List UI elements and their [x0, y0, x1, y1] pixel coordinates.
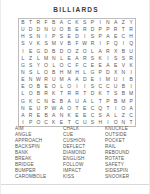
grid-cell-r13c12[interactable]: T: [104, 105, 112, 112]
grid-cell-r12c4[interactable]: N: [42, 97, 50, 104]
grid-cell-r10c14[interactable]: B: [120, 83, 128, 90]
grid-cell-r11c7[interactable]: R: [65, 90, 73, 97]
grid-cell-r2c14[interactable]: T: [120, 26, 128, 33]
grid-cell-r10c11[interactable]: C: [96, 83, 104, 90]
grid-cell-r13c15[interactable]: A: [127, 105, 135, 112]
grid-cell-r8c2[interactable]: S: [27, 69, 35, 76]
grid-cell-r11c11[interactable]: K: [96, 90, 104, 97]
grid-cell-r7c5[interactable]: L: [50, 62, 58, 69]
grid-cell-r7c1[interactable]: G: [19, 62, 27, 69]
grid-cell-r1c15[interactable]: Y: [127, 19, 135, 26]
grid-cell-r12c13[interactable]: B: [112, 97, 120, 104]
grid-cell-r4c9[interactable]: W: [81, 40, 89, 47]
grid-cell-r9c3[interactable]: W: [34, 76, 42, 83]
grid-cell-r6c13[interactable]: S: [112, 55, 120, 62]
grid-cell-r15c1[interactable]: I: [19, 119, 27, 126]
grid-cell-r7c8[interactable]: F: [73, 62, 81, 69]
grid-cell-r14c12[interactable]: A: [104, 112, 112, 119]
grid-cell-r4c7[interactable]: B: [65, 40, 73, 47]
grid-cell-r2c15[interactable]: R: [127, 26, 135, 33]
grid-cell-r10c6[interactable]: L: [58, 83, 66, 90]
grid-cell-r6c7[interactable]: E: [65, 55, 73, 62]
grid-cell-r13c3[interactable]: U: [34, 105, 42, 112]
grid-cell-r14c10[interactable]: C: [89, 112, 97, 119]
grid-cell-r9c11[interactable]: I: [96, 76, 104, 83]
grid-cell-r4c14[interactable]: I: [120, 40, 128, 47]
grid-cell-r8c15[interactable]: I: [127, 69, 135, 76]
grid-cell-r6c3[interactable]: L: [34, 55, 42, 62]
grid-cell-r9c1[interactable]: E: [19, 76, 27, 83]
grid-cell-r7c15[interactable]: K: [127, 62, 135, 69]
grid-cell-r13c6[interactable]: A: [58, 105, 66, 112]
grid-cell-r10c4[interactable]: E: [42, 83, 50, 90]
grid-cell-r14c15[interactable]: C: [127, 112, 135, 119]
grid-cell-r15c12[interactable]: I: [104, 119, 112, 126]
grid-cell-r5c5[interactable]: B: [50, 48, 58, 55]
grid-cell-r8c7[interactable]: M: [65, 69, 73, 76]
grid-cell-r9c12[interactable]: M: [104, 76, 112, 83]
grid-cell-r12c11[interactable]: T: [96, 97, 104, 104]
grid-cell-r3c6[interactable]: S: [58, 33, 66, 40]
grid-cell-r6c11[interactable]: K: [96, 55, 104, 62]
grid-cell-r3c8[interactable]: D: [73, 33, 81, 40]
grid-cell-r13c9[interactable]: E: [81, 105, 89, 112]
grid-cell-r14c2[interactable]: R: [27, 112, 35, 119]
grid-cell-r14c14[interactable]: Z: [120, 112, 128, 119]
grid-cell-r7c13[interactable]: E: [112, 62, 120, 69]
grid-cell-r9c13[interactable]: U: [112, 76, 120, 83]
grid-cell-r10c10[interactable]: S: [89, 83, 97, 90]
grid-cell-r10c7[interactable]: O: [65, 83, 73, 90]
grid-cell-r7c12[interactable]: A: [104, 62, 112, 69]
grid-cell-r12c5[interactable]: E: [50, 97, 58, 104]
grid-cell-r4c5[interactable]: M: [50, 40, 58, 47]
grid-cell-r14c5[interactable]: A: [50, 112, 58, 119]
grid-cell-r14c11[interactable]: S: [96, 112, 104, 119]
grid-cell-r10c13[interactable]: U: [112, 83, 120, 90]
grid-cell-r5c10[interactable]: L: [89, 48, 97, 55]
grid-cell-r13c11[interactable]: Q: [96, 105, 104, 112]
puzzle-title: BILLIARDS: [1, 6, 150, 13]
grid-cell-r13c7[interactable]: O: [65, 105, 73, 112]
grid-cell-r2c7[interactable]: B: [65, 26, 73, 33]
grid-cell-r10c2[interactable]: O: [27, 83, 35, 90]
grid-cell-r11c8[interactable]: R: [73, 90, 81, 97]
grid-cell-r15c14[interactable]: N: [120, 119, 128, 126]
grid-cell-r10c8[interactable]: I: [73, 83, 81, 90]
grid-cell-r10c12[interactable]: C: [104, 83, 112, 90]
grid-cell-r3c15[interactable]: H: [127, 33, 135, 40]
grid-cell-r15c4[interactable]: C: [42, 119, 50, 126]
grid-cell-r5c12[interactable]: R: [104, 48, 112, 55]
grid-cell-r11c6[interactable]: T: [58, 90, 66, 97]
grid-cell-r5c7[interactable]: O: [65, 48, 73, 55]
grid-cell-r10c1[interactable]: E: [19, 83, 27, 90]
grid-cell-r15c15[interactable]: T: [127, 119, 135, 126]
grid-cell-r11c4[interactable]: R: [42, 90, 50, 97]
grid-cell-r1c14[interactable]: Z: [120, 19, 128, 26]
grid-cell-r1c4[interactable]: F: [42, 19, 50, 26]
grid-cell-r14c4[interactable]: B: [42, 112, 50, 119]
grid-cell-r7c3[interactable]: Y: [34, 62, 42, 69]
grid-cell-r9c5[interactable]: U: [50, 76, 58, 83]
grid-cell-r6c2[interactable]: Z: [27, 55, 35, 62]
puzzle-grid: BTRFBACKSPINAZYUDDNUOBERDPPRTRHSNIPSEDIS…: [18, 18, 136, 127]
grid-cell-r1c8[interactable]: K: [73, 19, 81, 26]
grid-cell-r4c10[interactable]: R: [89, 40, 97, 47]
grid-cell-r15c10[interactable]: S: [89, 119, 97, 126]
grid-cell-r12c3[interactable]: C: [34, 97, 42, 104]
grid-cell-r7c7[interactable]: C: [65, 62, 73, 69]
grid-cell-r2c3[interactable]: D: [34, 26, 42, 33]
word-list-column-1: AIMANGLEAPPROACHBACKSPINBANKBREAKBRIDGEB…: [15, 126, 46, 180]
grid-cell-r13c5[interactable]: W: [50, 105, 58, 112]
grid-cell-r7c11[interactable]: E: [96, 62, 104, 69]
grid-cell-r4c3[interactable]: K: [34, 40, 42, 47]
grid-cell-r2c8[interactable]: E: [73, 26, 81, 33]
grid-cell-r2c11[interactable]: P: [96, 26, 104, 33]
grid-cell-r15c11[interactable]: H: [96, 119, 104, 126]
grid-cell-r9c6[interactable]: M: [58, 76, 66, 83]
word-carombole: CAROMBOLE: [15, 174, 46, 180]
grid-cell-r1c7[interactable]: C: [65, 19, 73, 26]
grid-cell-r2c5[interactable]: U: [50, 26, 58, 33]
grid-cell-r12c6[interactable]: B: [58, 97, 66, 104]
grid-cell-r14c9[interactable]: E: [81, 112, 89, 119]
grid-cell-r6c4[interactable]: M: [42, 55, 50, 62]
grid-cell-r3c4[interactable]: I: [42, 33, 50, 40]
grid-cell-r4c1[interactable]: S: [19, 40, 27, 47]
word-list-column-2: CHALKCUECUSHIONDEFLECTDIAMONDENGLISHFOLL…: [63, 126, 86, 180]
grid-cell-r7c2[interactable]: S: [27, 62, 35, 69]
grid-cell-r15c2[interactable]: P: [27, 119, 35, 126]
grid-cell-r11c13[interactable]: S: [112, 90, 120, 97]
grid-cell-r9c15[interactable]: B: [127, 76, 135, 83]
grid-cell-r6c5[interactable]: N: [50, 55, 58, 62]
grid-cell-r8c5[interactable]: B: [50, 69, 58, 76]
grid-cell-r9c14[interactable]: I: [120, 76, 128, 83]
grid-cell-r9c2[interactable]: N: [27, 76, 35, 83]
grid-cell-r1c5[interactable]: B: [50, 19, 58, 26]
grid-cell-r8c13[interactable]: X: [112, 69, 120, 76]
grid-cell-r4c13[interactable]: Q: [112, 40, 120, 47]
grid-cell-r12c9[interactable]: A: [81, 97, 89, 104]
grid-cell-r13c8[interactable]: T: [73, 105, 81, 112]
grid-cell-r15c6[interactable]: E: [58, 119, 66, 126]
grid-cell-r15c5[interactable]: K: [50, 119, 58, 126]
grid-cell-r3c2[interactable]: S: [27, 33, 35, 40]
grid-cell-r5c4[interactable]: D: [42, 48, 50, 55]
grid-cell-r2c9[interactable]: R: [81, 26, 89, 33]
grid-cell-r14c3[interactable]: E: [34, 112, 42, 119]
word-kiss: KISS: [63, 174, 86, 180]
grid-cell-r11c5[interactable]: K: [50, 90, 58, 97]
grid-cell-r15c3[interactable]: O: [34, 119, 42, 126]
grid-cell-r15c9[interactable]: U: [81, 119, 89, 126]
grid-cell-r12c14[interactable]: M: [120, 97, 128, 104]
grid-cell-r3c13[interactable]: E: [112, 33, 120, 40]
grid-cell-r6c15[interactable]: R: [127, 55, 135, 62]
grid-cell-r14c1[interactable]: A: [19, 112, 27, 119]
grid-cell-r2c1[interactable]: U: [19, 26, 27, 33]
grid-cell-r5c13[interactable]: X: [112, 48, 120, 55]
grid-cell-r1c1[interactable]: B: [19, 19, 27, 26]
grid-cell-r6c10[interactable]: S: [89, 55, 97, 62]
grid-cell-r12c15[interactable]: P: [127, 97, 135, 104]
word-snooker: SNOOKER: [105, 174, 129, 180]
word-list-column-3: KNUCKLEOUTSIDEPOCKETRAILREBOUNDROTATESAF…: [105, 126, 129, 180]
grid-cell-r7c10[interactable]: E: [89, 62, 97, 69]
grid-cell-r13c14[interactable]: O: [120, 105, 128, 112]
grid-cell-r2c13[interactable]: R: [112, 26, 120, 33]
grid-cell-r14c6[interactable]: N: [58, 112, 66, 119]
grid-cell-r13c2[interactable]: E: [27, 105, 35, 112]
grid-cell-r3c5[interactable]: P: [50, 33, 58, 40]
grid-cell-r5c9[interactable]: O: [81, 48, 89, 55]
grid-cell-r5c3[interactable]: G: [34, 48, 42, 55]
grid-cell-r12c12[interactable]: P: [104, 97, 112, 104]
grid-cell-r10c5[interactable]: O: [50, 83, 58, 90]
grid-cell-r2c10[interactable]: D: [89, 26, 97, 33]
grid-cell-r1c12[interactable]: N: [104, 19, 112, 26]
grid-cell-r7c4[interactable]: O: [42, 62, 50, 69]
grid-cell-r3c11[interactable]: P: [96, 33, 104, 40]
grid-cell-r4c15[interactable]: Q: [127, 40, 135, 47]
grid-cell-r12c10[interactable]: L: [89, 97, 97, 104]
grid-cell-r8c6[interactable]: H: [58, 69, 66, 76]
grid-cell-r11c2[interactable]: O: [27, 90, 35, 97]
grid-cell-r4c8[interactable]: F: [73, 40, 81, 47]
grid-cell-r13c4[interactable]: P: [42, 105, 50, 112]
grid-cell-r3c7[interactable]: E: [65, 33, 73, 40]
grid-cell-r8c14[interactable]: N: [120, 69, 128, 76]
grid-cell-r1c3[interactable]: R: [34, 19, 42, 26]
grid-cell-r8c11[interactable]: P: [96, 69, 104, 76]
grid-cell-r11c12[interactable]: T: [104, 90, 112, 97]
grid-cell-r6c1[interactable]: L: [19, 55, 27, 62]
grid-cell-r5c6[interactable]: D: [58, 48, 66, 55]
grid-cell-r8c3[interactable]: L: [34, 69, 42, 76]
grid-cell-r15c7[interactable]: T: [65, 119, 73, 126]
grid-cell-r7c6[interactable]: O: [58, 62, 66, 69]
grid-cell-r4c2[interactable]: V: [27, 40, 35, 47]
grid-cell-r1c6[interactable]: A: [58, 19, 66, 26]
grid-cell-r11c15[interactable]: M: [127, 90, 135, 97]
grid-cell-r8c10[interactable]: G: [89, 69, 97, 76]
grid-cell-r3c14[interactable]: C: [120, 33, 128, 40]
grid-cell-r1c9[interactable]: S: [81, 19, 89, 26]
grid-cell-r13c13[interactable]: I: [112, 105, 120, 112]
grid-cell-r9c8[interactable]: A: [73, 76, 81, 83]
grid-cell-r14c7[interactable]: K: [65, 112, 73, 119]
grid-cell-r6c8[interactable]: A: [73, 55, 81, 62]
grid-cell-r5c14[interactable]: B: [120, 48, 128, 55]
grid-cell-r1c10[interactable]: P: [89, 19, 97, 26]
grid-cell-r11c1[interactable]: L: [19, 90, 27, 97]
grid-cell-r14c8[interactable]: E: [73, 112, 81, 119]
grid-cell-r1c2[interactable]: T: [27, 19, 35, 26]
grid-cell-r2c2[interactable]: D: [27, 26, 35, 33]
grid-cell-r2c6[interactable]: O: [58, 26, 66, 33]
grid-cell-r6c12[interactable]: I: [104, 55, 112, 62]
grid-cell-r8c4[interactable]: O: [42, 69, 50, 76]
grid-cell-r5c1[interactable]: I: [19, 48, 27, 55]
grid-cell-r8c8[interactable]: H: [73, 69, 81, 76]
grid-cell-r7c14[interactable]: V: [120, 62, 128, 69]
bottom-divider: [1, 184, 150, 185]
grid-cell-r3c1[interactable]: H: [19, 33, 27, 40]
grid-cell-r4c11[interactable]: I: [96, 40, 104, 47]
grid-cell-r12c7[interactable]: A: [65, 97, 73, 104]
grid-cell-r9c7[interactable]: A: [65, 76, 73, 83]
grid-cell-r5c8[interactable]: Z: [73, 48, 81, 55]
grid-cell-r3c9[interactable]: I: [81, 33, 89, 40]
grid-cell-r5c15[interactable]: U: [127, 48, 135, 55]
grid-cell-r2c4[interactable]: N: [42, 26, 50, 33]
grid-cell-r9c10[interactable]: E: [89, 76, 97, 83]
grid-cell-r13c1[interactable]: N: [19, 105, 27, 112]
grid-cell-r11c3[interactable]: B: [34, 90, 42, 97]
grid-cell-r7c9[interactable]: C: [81, 62, 89, 69]
grid-cell-r1c11[interactable]: I: [96, 19, 104, 26]
grid-cell-r3c12[interactable]: A: [104, 33, 112, 40]
grid-cell-r11c14[interactable]: B: [120, 90, 128, 97]
grid-cell-r2c12[interactable]: P: [104, 26, 112, 33]
grid-cell-r15c8[interactable]: C: [73, 119, 81, 126]
grid-cell-r10c3[interactable]: B: [34, 83, 42, 90]
grid-cell-r1c13[interactable]: A: [112, 19, 120, 26]
grid-cell-r8c1[interactable]: N: [19, 69, 27, 76]
grid-cell-r5c2[interactable]: E: [27, 48, 35, 55]
grid-cell-r5c11[interactable]: A: [96, 48, 104, 55]
grid-cell-r8c12[interactable]: D: [104, 69, 112, 76]
grid-cell-r15c13[interactable]: O: [112, 119, 120, 126]
grid-cell-r11c10[interactable]: D: [89, 90, 97, 97]
grid-cell-r11c9[interactable]: T: [81, 90, 89, 97]
grid-cell-r9c9[interactable]: D: [81, 76, 89, 83]
grid-cell-r12c2[interactable]: K: [27, 97, 35, 104]
grid-cell-r6c9[interactable]: R: [81, 55, 89, 62]
grid-cell-r12c1[interactable]: G: [19, 97, 27, 104]
grid-cell-r6c14[interactable]: S: [120, 55, 128, 62]
grid-cell-r4c12[interactable]: F: [104, 40, 112, 47]
grid-cell-r9c4[interactable]: R: [42, 76, 50, 83]
grid-cell-r13c10[interactable]: C: [89, 105, 97, 112]
grid-cell-r4c4[interactable]: S: [42, 40, 50, 47]
grid-cell-r3c10[interactable]: S: [89, 33, 97, 40]
grid-cell-r6c6[interactable]: L: [58, 55, 66, 62]
grid-cell-r8c9[interactable]: L: [81, 69, 89, 76]
grid-cell-r10c15[interactable]: I: [127, 83, 135, 90]
grid-cell-r3c3[interactable]: N: [34, 33, 42, 40]
grid-cell-r14c13[interactable]: L: [112, 112, 120, 119]
grid-cell-r4c6[interactable]: V: [58, 40, 66, 47]
grid-cell-r12c8[interactable]: U: [73, 97, 81, 104]
grid-cell-r10c9[interactable]: I: [81, 83, 89, 90]
